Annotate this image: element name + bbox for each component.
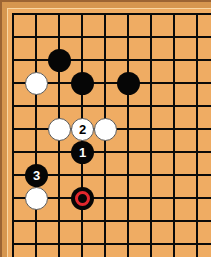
stone-white[interactable]	[25, 72, 48, 95]
go-board-diagram: 213	[0, 0, 211, 257]
stone-white[interactable]	[48, 118, 71, 141]
red-circle-marker-icon	[75, 191, 90, 206]
stone-black-marked[interactable]	[71, 187, 94, 210]
move-number-label: 1	[79, 146, 86, 159]
stones-layer[interactable]: 213	[2, 3, 209, 256]
stone-black[interactable]	[48, 49, 71, 72]
move-number-label: 3	[33, 169, 40, 182]
stone-black[interactable]	[117, 72, 140, 95]
stone-black-move-1[interactable]: 1	[71, 141, 94, 164]
stone-white-move-2[interactable]: 2	[71, 118, 94, 141]
stone-black-move-3[interactable]: 3	[25, 164, 48, 187]
move-number-label: 2	[79, 123, 86, 136]
stone-white[interactable]	[94, 118, 117, 141]
stone-white[interactable]	[25, 187, 48, 210]
stone-black[interactable]	[71, 72, 94, 95]
